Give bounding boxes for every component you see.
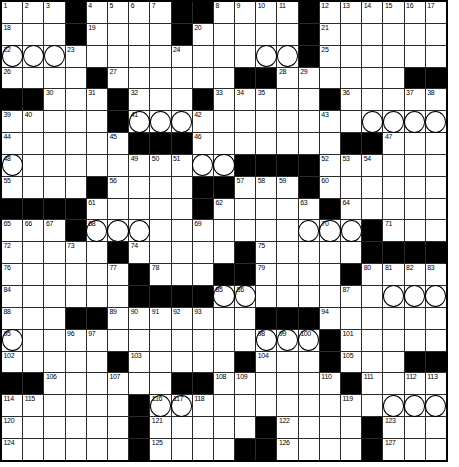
grid-cell[interactable] (405, 439, 425, 460)
grid-cell[interactable]: 82 (405, 264, 425, 285)
grid-cell[interactable] (193, 264, 213, 285)
grid-cell[interactable]: 16 (405, 2, 425, 23)
grid-cell[interactable] (23, 133, 43, 154)
grid-cell[interactable] (341, 417, 361, 438)
grid-cell[interactable]: 18 (2, 24, 22, 45)
grid-cell[interactable] (256, 286, 276, 307)
grid-cell[interactable] (320, 395, 340, 416)
grid-cell[interactable] (426, 133, 446, 154)
grid-cell[interactable] (172, 264, 192, 285)
grid-cell[interactable]: 3 (44, 2, 64, 23)
grid-cell[interactable] (383, 199, 403, 220)
grid-cell[interactable]: 52 (320, 155, 340, 176)
grid-cell[interactable]: 86 (235, 286, 255, 307)
grid-cell[interactable] (256, 133, 276, 154)
grid-cell[interactable]: 30 (44, 89, 64, 110)
grid-cell[interactable]: 4 (87, 2, 107, 23)
grid-cell[interactable] (172, 352, 192, 373)
grid-cell[interactable]: 95 (2, 330, 22, 351)
grid-cell[interactable] (150, 68, 170, 89)
grid-cell[interactable] (87, 439, 107, 460)
grid-cell[interactable] (405, 220, 425, 241)
grid-cell[interactable] (235, 395, 255, 416)
grid-cell[interactable] (405, 46, 425, 67)
grid-cell[interactable]: 89 (108, 308, 128, 329)
grid-cell[interactable] (108, 24, 128, 45)
grid-cell[interactable] (299, 395, 319, 416)
grid-cell[interactable]: 23 (66, 46, 86, 67)
grid-cell[interactable]: 41 (129, 111, 149, 132)
grid-cell[interactable] (299, 133, 319, 154)
grid-cell[interactable]: 121 (150, 417, 170, 438)
grid-cell[interactable]: 57 (235, 177, 255, 198)
grid-cell[interactable]: 36 (341, 89, 361, 110)
grid-cell[interactable] (299, 220, 319, 241)
grid-cell[interactable] (405, 177, 425, 198)
grid-cell[interactable]: 6 (129, 2, 149, 23)
grid-cell[interactable] (383, 24, 403, 45)
grid-cell[interactable]: 7 (150, 2, 170, 23)
grid-cell[interactable]: 115 (23, 395, 43, 416)
grid-cell[interactable] (362, 352, 382, 373)
grid-cell[interactable]: 43 (320, 111, 340, 132)
grid-cell[interactable] (341, 68, 361, 89)
grid-cell[interactable] (172, 177, 192, 198)
grid-cell[interactable] (362, 111, 382, 132)
grid-cell[interactable] (341, 111, 361, 132)
grid-cell[interactable] (214, 242, 234, 263)
grid-cell[interactable] (108, 286, 128, 307)
grid-cell[interactable] (235, 133, 255, 154)
grid-cell[interactable]: 102 (2, 352, 22, 373)
grid-cell[interactable] (320, 242, 340, 263)
grid-cell[interactable]: 26 (2, 68, 22, 89)
grid-cell[interactable]: 79 (256, 264, 276, 285)
grid-cell[interactable] (277, 373, 297, 394)
grid-cell[interactable] (193, 330, 213, 351)
grid-cell[interactable] (150, 46, 170, 67)
grid-cell[interactable] (277, 89, 297, 110)
grid-cell[interactable]: 39 (2, 111, 22, 132)
grid-cell[interactable] (23, 177, 43, 198)
grid-cell[interactable] (108, 155, 128, 176)
grid-cell[interactable] (426, 199, 446, 220)
grid-cell[interactable] (172, 68, 192, 89)
grid-cell[interactable]: 20 (193, 24, 213, 45)
grid-cell[interactable]: 72 (2, 242, 22, 263)
grid-cell[interactable] (23, 46, 43, 67)
grid-cell[interactable] (299, 286, 319, 307)
grid-cell[interactable] (277, 395, 297, 416)
grid-cell[interactable] (23, 417, 43, 438)
grid-cell[interactable] (277, 133, 297, 154)
grid-cell[interactable]: 105 (341, 352, 361, 373)
grid-cell[interactable] (129, 177, 149, 198)
grid-cell[interactable] (87, 155, 107, 176)
grid-cell[interactable] (405, 330, 425, 351)
grid-cell[interactable] (193, 155, 213, 176)
grid-cell[interactable] (129, 373, 149, 394)
grid-cell[interactable]: 94 (320, 308, 340, 329)
grid-cell[interactable] (235, 199, 255, 220)
grid-cell[interactable] (320, 133, 340, 154)
grid-cell[interactable] (277, 111, 297, 132)
grid-cell[interactable]: 119 (341, 395, 361, 416)
grid-cell[interactable]: 42 (193, 111, 213, 132)
grid-cell[interactable] (362, 177, 382, 198)
grid-cell[interactable] (214, 352, 234, 373)
grid-cell[interactable] (426, 24, 446, 45)
grid-cell[interactable] (341, 220, 361, 241)
grid-cell[interactable] (66, 373, 86, 394)
grid-cell[interactable] (44, 330, 64, 351)
grid-cell[interactable] (405, 417, 425, 438)
grid-cell[interactable]: 104 (256, 352, 276, 373)
grid-cell[interactable] (66, 111, 86, 132)
grid-cell[interactable] (44, 111, 64, 132)
grid-cell[interactable] (256, 220, 276, 241)
grid-cell[interactable]: 53 (341, 155, 361, 176)
grid-cell[interactable] (108, 220, 128, 241)
grid-cell[interactable] (172, 242, 192, 263)
grid-cell[interactable] (23, 308, 43, 329)
grid-cell[interactable]: 111 (362, 373, 382, 394)
grid-cell[interactable]: 90 (129, 308, 149, 329)
grid-cell[interactable] (44, 264, 64, 285)
grid-cell[interactable] (362, 308, 382, 329)
grid-cell[interactable]: 1 (2, 2, 22, 23)
grid-cell[interactable] (235, 24, 255, 45)
grid-cell[interactable]: 118 (193, 395, 213, 416)
grid-cell[interactable]: 77 (108, 264, 128, 285)
grid-cell[interactable] (23, 155, 43, 176)
grid-cell[interactable]: 14 (362, 2, 382, 23)
grid-cell[interactable]: 34 (235, 89, 255, 110)
grid-cell[interactable] (320, 286, 340, 307)
grid-cell[interactable] (87, 133, 107, 154)
grid-cell[interactable]: 106 (44, 373, 64, 394)
grid-cell[interactable] (341, 24, 361, 45)
grid-cell[interactable] (172, 330, 192, 351)
grid-cell[interactable] (44, 24, 64, 45)
grid-cell[interactable] (129, 24, 149, 45)
grid-cell[interactable]: 2 (23, 2, 43, 23)
grid-cell[interactable] (66, 417, 86, 438)
grid-cell[interactable] (87, 352, 107, 373)
grid-cell[interactable] (66, 133, 86, 154)
grid-cell[interactable]: 125 (150, 439, 170, 460)
grid-cell[interactable] (320, 68, 340, 89)
grid-cell[interactable]: 117 (172, 395, 192, 416)
grid-cell[interactable] (426, 155, 446, 176)
grid-cell[interactable] (214, 439, 234, 460)
grid-cell[interactable] (108, 199, 128, 220)
grid-cell[interactable] (299, 373, 319, 394)
grid-cell[interactable] (405, 155, 425, 176)
grid-cell[interactable] (341, 439, 361, 460)
grid-cell[interactable] (214, 308, 234, 329)
grid-cell[interactable]: 113 (426, 373, 446, 394)
grid-cell[interactable] (87, 264, 107, 285)
grid-cell[interactable] (150, 242, 170, 263)
grid-cell[interactable] (66, 155, 86, 176)
grid-cell[interactable] (256, 395, 276, 416)
grid-cell[interactable]: 11 (277, 2, 297, 23)
grid-cell[interactable]: 5 (108, 2, 128, 23)
grid-cell[interactable]: 17 (426, 2, 446, 23)
grid-cell[interactable]: 71 (383, 220, 403, 241)
grid-cell[interactable]: 126 (277, 439, 297, 460)
grid-cell[interactable]: 66 (23, 220, 43, 241)
grid-cell[interactable] (44, 439, 64, 460)
grid-cell[interactable] (235, 220, 255, 241)
grid-cell[interactable] (108, 439, 128, 460)
grid-cell[interactable]: 99 (277, 330, 297, 351)
grid-cell[interactable]: 85 (214, 286, 234, 307)
grid-cell[interactable] (426, 439, 446, 460)
grid-cell[interactable]: 103 (129, 352, 149, 373)
grid-cell[interactable]: 76 (2, 264, 22, 285)
grid-cell[interactable] (150, 330, 170, 351)
grid-cell[interactable] (44, 242, 64, 263)
grid-cell[interactable]: 120 (2, 417, 22, 438)
grid-cell[interactable] (277, 242, 297, 263)
grid-cell[interactable] (341, 177, 361, 198)
grid-cell[interactable] (193, 46, 213, 67)
grid-cell[interactable] (277, 286, 297, 307)
grid-cell[interactable] (341, 308, 361, 329)
grid-cell[interactable] (44, 286, 64, 307)
grid-cell[interactable] (426, 111, 446, 132)
grid-cell[interactable] (405, 199, 425, 220)
grid-cell[interactable]: 15 (383, 2, 403, 23)
grid-cell[interactable]: 91 (150, 308, 170, 329)
grid-cell[interactable] (383, 89, 403, 110)
grid-cell[interactable]: 55 (2, 177, 22, 198)
grid-cell[interactable] (426, 177, 446, 198)
grid-cell[interactable]: 8 (214, 2, 234, 23)
grid-cell[interactable] (277, 264, 297, 285)
grid-cell[interactable] (235, 111, 255, 132)
grid-cell[interactable] (23, 286, 43, 307)
grid-cell[interactable] (426, 417, 446, 438)
grid-cell[interactable] (426, 286, 446, 307)
grid-cell[interactable]: 93 (193, 308, 213, 329)
grid-cell[interactable] (426, 220, 446, 241)
grid-cell[interactable]: 101 (341, 330, 361, 351)
grid-cell[interactable] (277, 46, 297, 67)
grid-cell[interactable]: 31 (87, 89, 107, 110)
grid-cell[interactable]: 48 (2, 155, 22, 176)
grid-cell[interactable]: 114 (2, 395, 22, 416)
grid-cell[interactable] (108, 395, 128, 416)
grid-cell[interactable] (150, 89, 170, 110)
grid-cell[interactable] (383, 111, 403, 132)
grid-cell[interactable] (383, 395, 403, 416)
grid-cell[interactable]: 78 (150, 264, 170, 285)
grid-cell[interactable] (172, 439, 192, 460)
grid-cell[interactable]: 54 (362, 155, 382, 176)
grid-cell[interactable] (256, 111, 276, 132)
grid-cell[interactable] (150, 111, 170, 132)
grid-cell[interactable] (405, 111, 425, 132)
grid-cell[interactable]: 110 (320, 373, 340, 394)
grid-cell[interactable] (299, 111, 319, 132)
grid-cell[interactable]: 9 (235, 2, 255, 23)
grid-cell[interactable] (193, 242, 213, 263)
grid-cell[interactable] (256, 373, 276, 394)
grid-cell[interactable] (23, 330, 43, 351)
grid-cell[interactable] (256, 199, 276, 220)
grid-cell[interactable] (320, 417, 340, 438)
grid-cell[interactable] (193, 439, 213, 460)
grid-cell[interactable]: 74 (129, 242, 149, 263)
grid-cell[interactable] (129, 46, 149, 67)
grid-cell[interactable] (426, 330, 446, 351)
grid-cell[interactable] (87, 417, 107, 438)
grid-cell[interactable]: 21 (320, 24, 340, 45)
grid-cell[interactable] (172, 199, 192, 220)
grid-cell[interactable] (150, 199, 170, 220)
grid-cell[interactable] (341, 46, 361, 67)
grid-cell[interactable] (129, 330, 149, 351)
grid-cell[interactable]: 25 (320, 46, 340, 67)
grid-cell[interactable] (214, 24, 234, 45)
grid-cell[interactable] (87, 111, 107, 132)
grid-cell[interactable] (299, 264, 319, 285)
grid-cell[interactable]: 56 (108, 177, 128, 198)
grid-cell[interactable] (87, 373, 107, 394)
grid-cell[interactable]: 29 (299, 68, 319, 89)
grid-cell[interactable] (150, 373, 170, 394)
grid-cell[interactable] (214, 330, 234, 351)
grid-cell[interactable]: 27 (108, 68, 128, 89)
grid-cell[interactable] (193, 352, 213, 373)
grid-cell[interactable] (44, 68, 64, 89)
grid-cell[interactable] (214, 220, 234, 241)
grid-cell[interactable] (214, 133, 234, 154)
grid-cell[interactable] (150, 24, 170, 45)
grid-cell[interactable] (23, 242, 43, 263)
grid-cell[interactable]: 49 (129, 155, 149, 176)
grid-cell[interactable]: 123 (383, 417, 403, 438)
grid-cell[interactable] (214, 155, 234, 176)
grid-cell[interactable] (150, 352, 170, 373)
grid-cell[interactable]: 98 (256, 330, 276, 351)
grid-cell[interactable]: 63 (299, 199, 319, 220)
grid-cell[interactable] (44, 308, 64, 329)
grid-cell[interactable]: 124 (2, 439, 22, 460)
grid-cell[interactable]: 38 (426, 89, 446, 110)
grid-cell[interactable]: 70 (320, 220, 340, 241)
grid-cell[interactable] (383, 330, 403, 351)
grid-cell[interactable]: 65 (2, 220, 22, 241)
grid-cell[interactable]: 46 (193, 133, 213, 154)
grid-cell[interactable] (362, 89, 382, 110)
grid-cell[interactable] (277, 220, 297, 241)
grid-cell[interactable] (383, 373, 403, 394)
grid-cell[interactable] (405, 395, 425, 416)
grid-cell[interactable] (44, 417, 64, 438)
grid-cell[interactable] (108, 417, 128, 438)
grid-cell[interactable] (235, 417, 255, 438)
grid-cell[interactable] (235, 46, 255, 67)
grid-cell[interactable]: 88 (2, 308, 22, 329)
grid-cell[interactable] (108, 330, 128, 351)
grid-cell[interactable] (66, 352, 86, 373)
grid-cell[interactable] (129, 220, 149, 241)
grid-cell[interactable]: 80 (362, 264, 382, 285)
grid-cell[interactable] (172, 417, 192, 438)
grid-cell[interactable] (87, 395, 107, 416)
grid-cell[interactable] (44, 395, 64, 416)
grid-cell[interactable]: 127 (383, 439, 403, 460)
grid-cell[interactable]: 33 (214, 89, 234, 110)
grid-cell[interactable]: 45 (108, 133, 128, 154)
grid-cell[interactable]: 69 (193, 220, 213, 241)
grid-cell[interactable]: 68 (87, 220, 107, 241)
grid-cell[interactable] (214, 111, 234, 132)
grid-cell[interactable] (277, 199, 297, 220)
grid-cell[interactable] (320, 264, 340, 285)
grid-cell[interactable] (277, 352, 297, 373)
grid-cell[interactable]: 61 (87, 199, 107, 220)
grid-cell[interactable] (299, 89, 319, 110)
grid-cell[interactable]: 13 (341, 2, 361, 23)
grid-cell[interactable] (87, 46, 107, 67)
grid-cell[interactable] (299, 352, 319, 373)
grid-cell[interactable] (87, 242, 107, 263)
grid-cell[interactable] (44, 352, 64, 373)
grid-cell[interactable]: 84 (2, 286, 22, 307)
grid-cell[interactable] (299, 439, 319, 460)
grid-cell[interactable] (383, 352, 403, 373)
grid-cell[interactable] (150, 177, 170, 198)
grid-cell[interactable] (256, 24, 276, 45)
grid-cell[interactable]: 24 (172, 46, 192, 67)
grid-cell[interactable]: 35 (256, 89, 276, 110)
grid-cell[interactable] (129, 68, 149, 89)
grid-cell[interactable] (383, 155, 403, 176)
grid-cell[interactable] (362, 199, 382, 220)
grid-cell[interactable] (87, 286, 107, 307)
grid-cell[interactable] (256, 46, 276, 67)
grid-cell[interactable] (66, 89, 86, 110)
grid-cell[interactable]: 92 (172, 308, 192, 329)
grid-cell[interactable] (277, 24, 297, 45)
grid-cell[interactable] (362, 286, 382, 307)
grid-cell[interactable]: 122 (277, 417, 297, 438)
grid-cell[interactable] (362, 395, 382, 416)
grid-cell[interactable]: 96 (66, 330, 86, 351)
grid-cell[interactable] (362, 46, 382, 67)
grid-cell[interactable]: 97 (87, 330, 107, 351)
grid-cell[interactable] (193, 417, 213, 438)
grid-cell[interactable] (150, 220, 170, 241)
grid-cell[interactable]: 64 (341, 199, 361, 220)
grid-cell[interactable] (66, 439, 86, 460)
grid-cell[interactable] (23, 439, 43, 460)
grid-cell[interactable]: 28 (277, 68, 297, 89)
grid-cell[interactable]: 109 (235, 373, 255, 394)
grid-cell[interactable]: 100 (299, 330, 319, 351)
grid-cell[interactable] (172, 111, 192, 132)
grid-cell[interactable]: 19 (87, 24, 107, 45)
grid-cell[interactable] (23, 264, 43, 285)
grid-cell[interactable]: 58 (256, 177, 276, 198)
grid-cell[interactable] (383, 308, 403, 329)
grid-cell[interactable] (299, 242, 319, 263)
